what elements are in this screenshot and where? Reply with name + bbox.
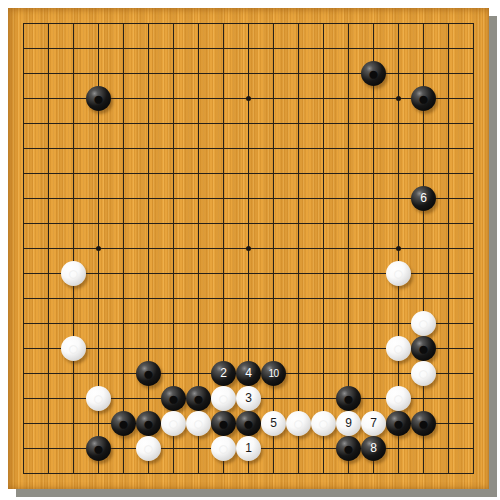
intersection-12-12[interactable] [311, 311, 336, 336]
intersection-17-18[interactable] [436, 461, 461, 486]
intersection-14-1[interactable] [361, 36, 386, 61]
intersection-16-4[interactable] [411, 111, 436, 136]
intersection-10-0[interactable] [261, 11, 286, 36]
intersection-3-8[interactable] [86, 211, 111, 236]
intersection-5-4[interactable] [136, 111, 161, 136]
intersection-18-6[interactable] [461, 161, 486, 186]
intersection-3-14[interactable] [86, 361, 111, 386]
intersection-1-10[interactable] [36, 261, 61, 286]
intersection-9-13[interactable] [236, 336, 261, 361]
intersection-16-18[interactable] [411, 461, 436, 486]
intersection-1-5[interactable] [36, 136, 61, 161]
intersection-1-11[interactable] [36, 286, 61, 311]
intersection-14-4[interactable] [361, 111, 386, 136]
intersection-16-17[interactable] [411, 436, 436, 461]
intersection-13-7[interactable] [336, 186, 361, 211]
intersection-0-17[interactable] [11, 436, 36, 461]
intersection-6-3[interactable] [161, 86, 186, 111]
intersection-2-6[interactable] [61, 161, 86, 186]
intersection-18-9[interactable] [461, 236, 486, 261]
intersection-18-16[interactable] [461, 411, 486, 436]
intersection-0-0[interactable] [11, 11, 36, 36]
intersection-12-15[interactable] [311, 386, 336, 411]
intersection-4-15[interactable] [111, 386, 136, 411]
intersection-10-18[interactable] [261, 461, 286, 486]
intersection-18-1[interactable] [461, 36, 486, 61]
intersection-15-17[interactable] [386, 436, 411, 461]
intersection-0-18[interactable] [11, 461, 36, 486]
intersection-17-14[interactable] [436, 361, 461, 386]
intersection-12-17[interactable] [311, 436, 336, 461]
intersection-9-0[interactable] [236, 11, 261, 36]
intersection-18-10[interactable] [461, 261, 486, 286]
intersection-0-4[interactable] [11, 111, 36, 136]
intersection-9-12[interactable] [236, 311, 261, 336]
intersection-9-10[interactable] [236, 261, 261, 286]
intersection-7-13[interactable] [186, 336, 211, 361]
intersection-5-15[interactable] [136, 386, 161, 411]
intersection-18-2[interactable] [461, 61, 486, 86]
intersection-17-2[interactable] [436, 61, 461, 86]
intersection-8-4[interactable] [211, 111, 236, 136]
intersection-0-9[interactable] [11, 236, 36, 261]
intersection-11-2[interactable] [286, 61, 311, 86]
intersection-12-9[interactable] [311, 236, 336, 261]
intersection-17-0[interactable] [436, 11, 461, 36]
intersection-3-2[interactable] [86, 61, 111, 86]
intersection-7-5[interactable] [186, 136, 211, 161]
intersection-15-12[interactable] [386, 311, 411, 336]
intersection-17-12[interactable] [436, 311, 461, 336]
intersection-15-1[interactable] [386, 36, 411, 61]
intersection-9-7[interactable] [236, 186, 261, 211]
intersection-3-12[interactable] [86, 311, 111, 336]
intersection-4-4[interactable] [111, 111, 136, 136]
intersection-6-1[interactable] [161, 36, 186, 61]
intersection-3-7[interactable] [86, 186, 111, 211]
intersection-0-6[interactable] [11, 161, 36, 186]
intersection-12-7[interactable] [311, 186, 336, 211]
intersection-12-2[interactable] [311, 61, 336, 86]
intersection-7-10[interactable] [186, 261, 211, 286]
intersection-2-11[interactable] [61, 286, 86, 311]
intersection-3-6[interactable] [86, 161, 111, 186]
intersection-9-11[interactable] [236, 286, 261, 311]
intersection-18-4[interactable] [461, 111, 486, 136]
intersection-7-7[interactable] [186, 186, 211, 211]
intersection-4-1[interactable] [111, 36, 136, 61]
intersection-10-17[interactable] [261, 436, 286, 461]
intersection-10-5[interactable] [261, 136, 286, 161]
intersection-14-7[interactable] [361, 186, 386, 211]
intersection-7-17[interactable] [186, 436, 211, 461]
intersection-3-0[interactable] [86, 11, 111, 36]
intersection-0-8[interactable] [11, 211, 36, 236]
intersection-4-6[interactable] [111, 161, 136, 186]
intersection-3-4[interactable] [86, 111, 111, 136]
intersection-1-17[interactable] [36, 436, 61, 461]
intersection-18-18[interactable] [461, 461, 486, 486]
intersection-8-3[interactable] [211, 86, 236, 111]
intersection-12-8[interactable] [311, 211, 336, 236]
intersection-9-6[interactable] [236, 161, 261, 186]
intersection-17-8[interactable] [436, 211, 461, 236]
intersection-16-9[interactable] [411, 236, 436, 261]
intersection-4-18[interactable] [111, 461, 136, 486]
intersection-8-0[interactable] [211, 11, 236, 36]
intersection-11-10[interactable] [286, 261, 311, 286]
intersection-15-0[interactable] [386, 11, 411, 36]
intersection-5-9[interactable] [136, 236, 161, 261]
intersection-8-1[interactable] [211, 36, 236, 61]
intersection-9-9[interactable] [236, 236, 261, 261]
intersection-1-0[interactable] [36, 11, 61, 36]
intersection-13-3[interactable] [336, 86, 361, 111]
intersection-10-7[interactable] [261, 186, 286, 211]
intersection-1-6[interactable] [36, 161, 61, 186]
intersection-17-15[interactable] [436, 386, 461, 411]
intersection-15-9[interactable] [386, 236, 411, 261]
intersection-7-12[interactable] [186, 311, 211, 336]
intersection-11-14[interactable] [286, 361, 311, 386]
intersection-7-11[interactable] [186, 286, 211, 311]
intersection-15-11[interactable] [386, 286, 411, 311]
intersection-14-3[interactable] [361, 86, 386, 111]
intersection-12-10[interactable] [311, 261, 336, 286]
intersection-1-7[interactable] [36, 186, 61, 211]
intersection-6-14[interactable] [161, 361, 186, 386]
intersection-0-13[interactable] [11, 336, 36, 361]
intersection-11-18[interactable] [286, 461, 311, 486]
intersection-7-4[interactable] [186, 111, 211, 136]
intersection-5-7[interactable] [136, 186, 161, 211]
intersection-4-8[interactable] [111, 211, 136, 236]
intersection-6-8[interactable] [161, 211, 186, 236]
intersection-1-4[interactable] [36, 111, 61, 136]
intersection-18-7[interactable] [461, 186, 486, 211]
intersection-11-17[interactable] [286, 436, 311, 461]
intersection-7-0[interactable] [186, 11, 211, 36]
intersection-17-4[interactable] [436, 111, 461, 136]
intersection-6-0[interactable] [161, 11, 186, 36]
intersection-7-2[interactable] [186, 61, 211, 86]
intersection-11-0[interactable] [286, 11, 311, 36]
intersection-18-12[interactable] [461, 311, 486, 336]
intersection-2-2[interactable] [61, 61, 86, 86]
intersection-1-9[interactable] [36, 236, 61, 261]
intersection-9-5[interactable] [236, 136, 261, 161]
intersection-18-17[interactable] [461, 436, 486, 461]
intersection-4-13[interactable] [111, 336, 136, 361]
intersection-14-9[interactable] [361, 236, 386, 261]
intersection-1-12[interactable] [36, 311, 61, 336]
intersection-2-1[interactable] [61, 36, 86, 61]
intersection-0-1[interactable] [11, 36, 36, 61]
intersection-4-2[interactable] [111, 61, 136, 86]
intersection-7-9[interactable] [186, 236, 211, 261]
intersection-6-9[interactable] [161, 236, 186, 261]
intersection-6-13[interactable] [161, 336, 186, 361]
intersection-3-10[interactable] [86, 261, 111, 286]
intersection-9-4[interactable] [236, 111, 261, 136]
intersection-6-2[interactable] [161, 61, 186, 86]
intersection-5-3[interactable] [136, 86, 161, 111]
intersection-13-13[interactable] [336, 336, 361, 361]
intersection-10-3[interactable] [261, 86, 286, 111]
intersection-15-4[interactable] [386, 111, 411, 136]
intersection-14-12[interactable] [361, 311, 386, 336]
intersection-8-11[interactable] [211, 286, 236, 311]
intersection-8-5[interactable] [211, 136, 236, 161]
intersection-10-15[interactable] [261, 386, 286, 411]
intersection-13-1[interactable] [336, 36, 361, 61]
intersection-17-1[interactable] [436, 36, 461, 61]
intersection-17-11[interactable] [436, 286, 461, 311]
intersection-7-6[interactable] [186, 161, 211, 186]
intersection-14-13[interactable] [361, 336, 386, 361]
intersection-13-4[interactable] [336, 111, 361, 136]
intersection-9-1[interactable] [236, 36, 261, 61]
intersection-5-1[interactable] [136, 36, 161, 61]
intersection-4-12[interactable] [111, 311, 136, 336]
intersection-13-8[interactable] [336, 211, 361, 236]
intersection-14-14[interactable] [361, 361, 386, 386]
intersection-8-6[interactable] [211, 161, 236, 186]
intersection-10-8[interactable] [261, 211, 286, 236]
intersection-4-3[interactable] [111, 86, 136, 111]
intersection-11-13[interactable] [286, 336, 311, 361]
intersection-2-0[interactable] [61, 11, 86, 36]
intersection-13-10[interactable] [336, 261, 361, 286]
intersection-10-2[interactable] [261, 61, 286, 86]
intersection-10-13[interactable] [261, 336, 286, 361]
intersection-16-5[interactable] [411, 136, 436, 161]
intersection-15-5[interactable] [386, 136, 411, 161]
intersection-5-18[interactable] [136, 461, 161, 486]
intersection-6-12[interactable] [161, 311, 186, 336]
intersection-3-11[interactable] [86, 286, 111, 311]
intersection-2-17[interactable] [61, 436, 86, 461]
intersection-10-4[interactable] [261, 111, 286, 136]
intersection-18-3[interactable] [461, 86, 486, 111]
intersection-16-0[interactable] [411, 11, 436, 36]
intersection-8-12[interactable] [211, 311, 236, 336]
intersection-1-3[interactable] [36, 86, 61, 111]
intersection-14-10[interactable] [361, 261, 386, 286]
intersection-3-18[interactable] [86, 461, 111, 486]
intersection-6-4[interactable] [161, 111, 186, 136]
intersection-10-12[interactable] [261, 311, 286, 336]
intersection-15-7[interactable] [386, 186, 411, 211]
intersection-12-1[interactable] [311, 36, 336, 61]
intersection-13-5[interactable] [336, 136, 361, 161]
intersection-15-18[interactable] [386, 461, 411, 486]
intersection-1-16[interactable] [36, 411, 61, 436]
intersection-12-18[interactable] [311, 461, 336, 486]
intersection-2-15[interactable] [61, 386, 86, 411]
intersection-11-9[interactable] [286, 236, 311, 261]
intersection-11-8[interactable] [286, 211, 311, 236]
intersection-7-1[interactable] [186, 36, 211, 61]
intersection-14-5[interactable] [361, 136, 386, 161]
intersection-12-6[interactable] [311, 161, 336, 186]
intersection-6-10[interactable] [161, 261, 186, 286]
intersection-17-10[interactable] [436, 261, 461, 286]
intersection-16-2[interactable] [411, 61, 436, 86]
intersection-5-13[interactable] [136, 336, 161, 361]
intersection-1-14[interactable] [36, 361, 61, 386]
intersection-9-2[interactable] [236, 61, 261, 86]
intersection-14-15[interactable] [361, 386, 386, 411]
intersection-16-15[interactable] [411, 386, 436, 411]
intersection-1-8[interactable] [36, 211, 61, 236]
intersection-7-18[interactable] [186, 461, 211, 486]
intersection-16-10[interactable] [411, 261, 436, 286]
intersection-3-9[interactable] [86, 236, 111, 261]
intersection-2-7[interactable] [61, 186, 86, 211]
intersection-0-2[interactable] [11, 61, 36, 86]
intersection-4-10[interactable] [111, 261, 136, 286]
intersection-14-11[interactable] [361, 286, 386, 311]
intersection-8-18[interactable] [211, 461, 236, 486]
intersection-0-10[interactable] [11, 261, 36, 286]
intersection-6-17[interactable] [161, 436, 186, 461]
intersection-5-10[interactable] [136, 261, 161, 286]
intersection-4-9[interactable] [111, 236, 136, 261]
intersection-11-5[interactable] [286, 136, 311, 161]
intersection-16-11[interactable] [411, 286, 436, 311]
intersection-1-18[interactable] [36, 461, 61, 486]
intersection-11-3[interactable] [286, 86, 311, 111]
intersection-6-7[interactable] [161, 186, 186, 211]
intersection-8-8[interactable] [211, 211, 236, 236]
intersection-9-8[interactable] [236, 211, 261, 236]
intersection-1-15[interactable] [36, 386, 61, 411]
intersection-8-2[interactable] [211, 61, 236, 86]
intersection-13-0[interactable] [336, 11, 361, 36]
intersection-5-11[interactable] [136, 286, 161, 311]
intersection-7-14[interactable] [186, 361, 211, 386]
intersection-2-8[interactable] [61, 211, 86, 236]
intersection-13-18[interactable] [336, 461, 361, 486]
intersection-4-7[interactable] [111, 186, 136, 211]
intersection-17-9[interactable] [436, 236, 461, 261]
intersection-12-3[interactable] [311, 86, 336, 111]
intersection-10-6[interactable] [261, 161, 286, 186]
intersection-4-14[interactable] [111, 361, 136, 386]
intersection-12-14[interactable] [311, 361, 336, 386]
intersection-16-6[interactable] [411, 161, 436, 186]
intersection-2-4[interactable] [61, 111, 86, 136]
intersection-12-5[interactable] [311, 136, 336, 161]
intersection-18-13[interactable] [461, 336, 486, 361]
intersection-13-12[interactable] [336, 311, 361, 336]
intersection-10-1[interactable] [261, 36, 286, 61]
intersection-5-8[interactable] [136, 211, 161, 236]
intersection-17-3[interactable] [436, 86, 461, 111]
intersection-12-13[interactable] [311, 336, 336, 361]
intersection-14-6[interactable] [361, 161, 386, 186]
intersection-4-17[interactable] [111, 436, 136, 461]
intersection-10-10[interactable] [261, 261, 286, 286]
intersection-11-1[interactable] [286, 36, 311, 61]
intersection-2-3[interactable] [61, 86, 86, 111]
intersection-2-5[interactable] [61, 136, 86, 161]
intersection-16-1[interactable] [411, 36, 436, 61]
intersection-1-13[interactable] [36, 336, 61, 361]
intersection-6-18[interactable] [161, 461, 186, 486]
intersection-8-10[interactable] [211, 261, 236, 286]
intersection-6-5[interactable] [161, 136, 186, 161]
intersection-2-16[interactable] [61, 411, 86, 436]
intersection-13-6[interactable] [336, 161, 361, 186]
intersection-11-11[interactable] [286, 286, 311, 311]
intersection-11-7[interactable] [286, 186, 311, 211]
intersection-5-5[interactable] [136, 136, 161, 161]
intersection-4-0[interactable] [111, 11, 136, 36]
intersection-0-14[interactable] [11, 361, 36, 386]
intersection-15-2[interactable] [386, 61, 411, 86]
intersection-6-6[interactable] [161, 161, 186, 186]
intersection-2-14[interactable] [61, 361, 86, 386]
intersection-17-6[interactable] [436, 161, 461, 186]
intersection-8-13[interactable] [211, 336, 236, 361]
intersection-3-5[interactable] [86, 136, 111, 161]
intersection-10-11[interactable] [261, 286, 286, 311]
intersection-15-6[interactable] [386, 161, 411, 186]
intersection-11-4[interactable] [286, 111, 311, 136]
intersection-0-15[interactable] [11, 386, 36, 411]
intersection-14-0[interactable] [361, 11, 386, 36]
intersection-12-4[interactable] [311, 111, 336, 136]
intersection-14-18[interactable] [361, 461, 386, 486]
intersection-8-7[interactable] [211, 186, 236, 211]
intersection-16-8[interactable] [411, 211, 436, 236]
intersection-8-9[interactable] [211, 236, 236, 261]
intersection-9-3[interactable] [236, 86, 261, 111]
intersection-3-16[interactable] [86, 411, 111, 436]
intersection-9-18[interactable] [236, 461, 261, 486]
intersection-17-7[interactable] [436, 186, 461, 211]
intersection-13-14[interactable] [336, 361, 361, 386]
intersection-3-1[interactable] [86, 36, 111, 61]
intersection-5-2[interactable] [136, 61, 161, 86]
intersection-1-1[interactable] [36, 36, 61, 61]
intersection-13-11[interactable] [336, 286, 361, 311]
intersection-7-3[interactable] [186, 86, 211, 111]
intersection-0-3[interactable] [11, 86, 36, 111]
intersection-4-11[interactable] [111, 286, 136, 311]
intersection-17-16[interactable] [436, 411, 461, 436]
intersection-18-14[interactable] [461, 361, 486, 386]
intersection-15-3[interactable] [386, 86, 411, 111]
intersection-11-12[interactable] [286, 311, 311, 336]
intersection-17-13[interactable] [436, 336, 461, 361]
intersection-0-5[interactable] [11, 136, 36, 161]
intersection-12-11[interactable] [311, 286, 336, 311]
intersection-7-8[interactable] [186, 211, 211, 236]
intersection-10-9[interactable] [261, 236, 286, 261]
intersection-11-15[interactable] [286, 386, 311, 411]
intersection-13-9[interactable] [336, 236, 361, 261]
intersection-0-7[interactable] [11, 186, 36, 211]
intersection-14-8[interactable] [361, 211, 386, 236]
intersection-15-14[interactable] [386, 361, 411, 386]
intersection-3-13[interactable] [86, 336, 111, 361]
intersection-0-11[interactable] [11, 286, 36, 311]
intersection-18-11[interactable] [461, 286, 486, 311]
intersection-18-15[interactable] [461, 386, 486, 411]
